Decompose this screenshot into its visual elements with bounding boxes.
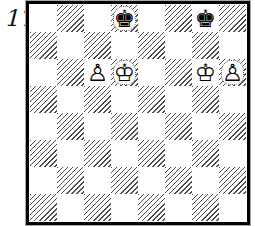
white-pawn-piece[interactable]: ♙ bbox=[219, 59, 246, 86]
square-c6[interactable]: ♙ bbox=[84, 59, 111, 86]
square-g4[interactable] bbox=[192, 113, 219, 140]
square-e3[interactable] bbox=[138, 140, 165, 167]
square-h3[interactable] bbox=[219, 140, 246, 167]
square-a5[interactable] bbox=[30, 86, 57, 113]
square-f4[interactable] bbox=[165, 113, 192, 140]
square-d1[interactable] bbox=[111, 194, 138, 221]
square-c8[interactable] bbox=[84, 5, 111, 32]
square-b7[interactable] bbox=[57, 32, 84, 59]
square-b2[interactable] bbox=[57, 167, 84, 194]
square-b3[interactable] bbox=[57, 140, 84, 167]
square-a4[interactable] bbox=[30, 113, 57, 140]
square-f6[interactable] bbox=[165, 59, 192, 86]
square-h2[interactable] bbox=[219, 167, 246, 194]
square-e5[interactable] bbox=[138, 86, 165, 113]
square-g5[interactable] bbox=[192, 86, 219, 113]
square-f3[interactable] bbox=[165, 140, 192, 167]
square-d2[interactable] bbox=[111, 167, 138, 194]
square-a6[interactable] bbox=[30, 59, 57, 86]
square-b5[interactable] bbox=[57, 86, 84, 113]
square-g8[interactable]: ♚ bbox=[192, 5, 219, 32]
square-c1[interactable] bbox=[84, 194, 111, 221]
square-d7[interactable] bbox=[111, 32, 138, 59]
white-king-piece[interactable]: ♔ bbox=[192, 59, 219, 86]
square-f1[interactable] bbox=[165, 194, 192, 221]
square-c2[interactable] bbox=[84, 167, 111, 194]
page: 17 ♚♚♙♔♔♙ bbox=[0, 0, 255, 226]
square-f5[interactable] bbox=[165, 86, 192, 113]
square-f8[interactable] bbox=[165, 5, 192, 32]
black-king-piece[interactable]: ♚ bbox=[111, 5, 138, 32]
square-a3[interactable] bbox=[30, 140, 57, 167]
square-g3[interactable] bbox=[192, 140, 219, 167]
square-b4[interactable] bbox=[57, 113, 84, 140]
square-g1[interactable] bbox=[192, 194, 219, 221]
square-h4[interactable] bbox=[219, 113, 246, 140]
square-e4[interactable] bbox=[138, 113, 165, 140]
square-b6[interactable] bbox=[57, 59, 84, 86]
square-f2[interactable] bbox=[165, 167, 192, 194]
board-frame: ♚♚♙♔♔♙ bbox=[26, 1, 250, 225]
square-g2[interactable] bbox=[192, 167, 219, 194]
black-king-piece[interactable]: ♚ bbox=[192, 5, 219, 32]
white-pawn-piece[interactable]: ♙ bbox=[84, 59, 111, 86]
chess-board: ♚♚♙♔♔♙ bbox=[30, 5, 246, 221]
square-e8[interactable] bbox=[138, 5, 165, 32]
square-a2[interactable] bbox=[30, 167, 57, 194]
square-e7[interactable] bbox=[138, 32, 165, 59]
square-a1[interactable] bbox=[30, 194, 57, 221]
square-e1[interactable] bbox=[138, 194, 165, 221]
square-d4[interactable] bbox=[111, 113, 138, 140]
square-f7[interactable] bbox=[165, 32, 192, 59]
square-a7[interactable] bbox=[30, 32, 57, 59]
square-d8[interactable]: ♚ bbox=[111, 5, 138, 32]
square-a8[interactable] bbox=[30, 5, 57, 32]
square-d5[interactable] bbox=[111, 86, 138, 113]
square-h6[interactable]: ♙ bbox=[219, 59, 246, 86]
white-king-piece[interactable]: ♔ bbox=[111, 59, 138, 86]
square-c7[interactable] bbox=[84, 32, 111, 59]
square-e6[interactable] bbox=[138, 59, 165, 86]
square-h8[interactable] bbox=[219, 5, 246, 32]
square-d3[interactable] bbox=[111, 140, 138, 167]
square-g7[interactable] bbox=[192, 32, 219, 59]
square-c3[interactable] bbox=[84, 140, 111, 167]
square-d6[interactable]: ♔ bbox=[111, 59, 138, 86]
square-h1[interactable] bbox=[219, 194, 246, 221]
square-e2[interactable] bbox=[138, 167, 165, 194]
square-c4[interactable] bbox=[84, 113, 111, 140]
square-h7[interactable] bbox=[219, 32, 246, 59]
square-c5[interactable] bbox=[84, 86, 111, 113]
square-h5[interactable] bbox=[219, 86, 246, 113]
square-g6[interactable]: ♔ bbox=[192, 59, 219, 86]
square-b8[interactable] bbox=[57, 5, 84, 32]
square-b1[interactable] bbox=[57, 194, 84, 221]
